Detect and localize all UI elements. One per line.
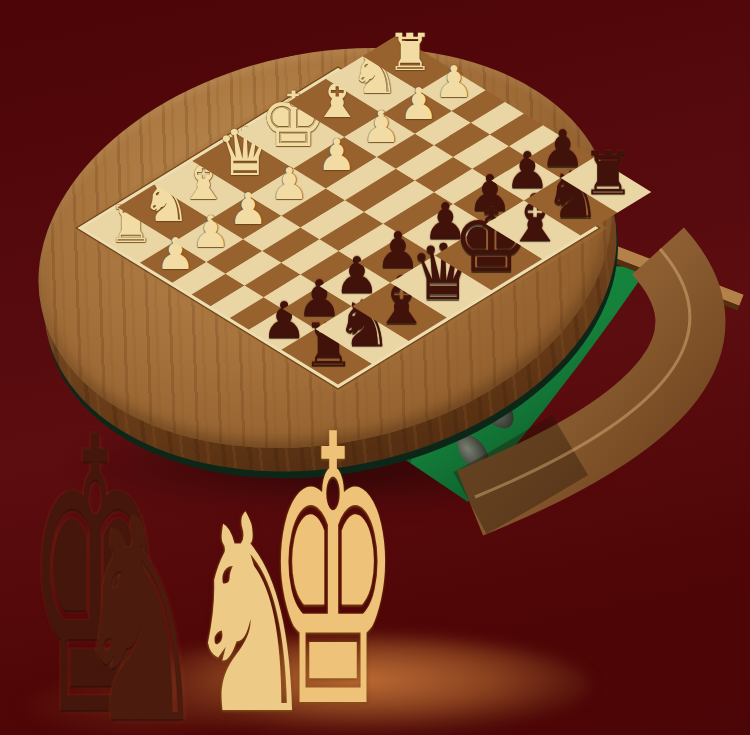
piece-black-rook: ♜ [581,145,634,204]
piece-white-rook: ♜ [387,28,433,79]
piece-white-pawn: ♟ [434,60,473,104]
light-knight-glyph: ♞ [177,480,324,735]
product-photo-chess-set: { "game": "chess", "scene": "round woode… [0,0,750,735]
display-piece-light-knight: ♞ [177,480,324,735]
